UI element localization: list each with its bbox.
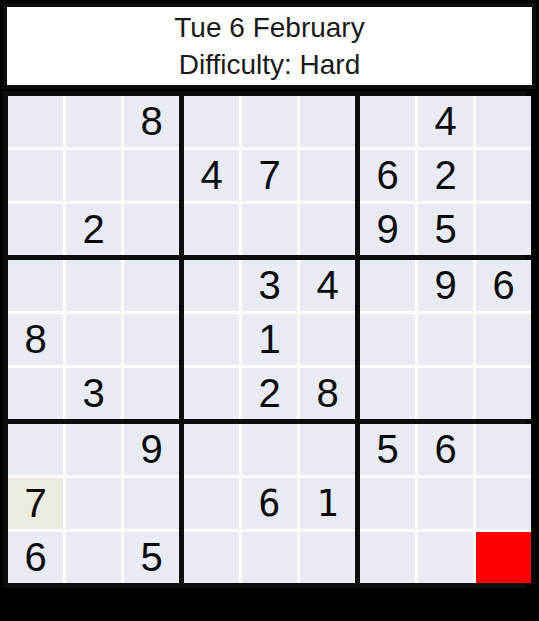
cell-r5c4[interactable] [184, 314, 239, 365]
cell-r3c9[interactable] [476, 204, 531, 255]
cell-r6c8[interactable] [418, 368, 473, 419]
cell-r6c2[interactable]: 3 [66, 368, 121, 419]
cell-r4c2[interactable] [66, 260, 121, 311]
cell-r7c7[interactable]: 5 [360, 424, 415, 475]
cell-r1c1[interactable] [8, 96, 63, 147]
cell-r1c3[interactable]: 8 [124, 96, 179, 147]
cell-r6c4[interactable] [184, 368, 239, 419]
cell-r6c5[interactable]: 2 [242, 368, 297, 419]
cell-r1c6[interactable] [300, 96, 355, 147]
cell-r1c9[interactable] [476, 96, 531, 147]
cell-r8c6[interactable]: 1 [300, 478, 355, 529]
cell-r7c3[interactable]: 9 [124, 424, 179, 475]
cell-r6c3[interactable] [124, 368, 179, 419]
cell-r8c7[interactable] [360, 478, 415, 529]
cell-r5c6[interactable] [300, 314, 355, 365]
cell-r1c5[interactable] [242, 96, 297, 147]
puzzle-date: Tue 6 February [174, 9, 364, 46]
cell-r8c9[interactable] [476, 478, 531, 529]
cell-r1c2[interactable] [66, 96, 121, 147]
cell-r6c7[interactable] [360, 368, 415, 419]
cell-r4c6[interactable]: 4 [300, 260, 355, 311]
cell-r9c6[interactable] [300, 532, 355, 583]
box-6: 96 [360, 260, 531, 419]
cell-r8c2[interactable] [66, 478, 121, 529]
cell-r3c7[interactable]: 9 [360, 204, 415, 255]
cell-r7c5[interactable] [242, 424, 297, 475]
cell-r3c3[interactable] [124, 204, 179, 255]
cell-r7c8[interactable]: 6 [418, 424, 473, 475]
cell-r2c4[interactable]: 4 [184, 150, 239, 201]
cell-r2c9[interactable] [476, 150, 531, 201]
cell-r4c4[interactable] [184, 260, 239, 311]
cell-r4c3[interactable] [124, 260, 179, 311]
cell-r4c9[interactable]: 6 [476, 260, 531, 311]
cell-r5c1[interactable]: 8 [8, 314, 63, 365]
page-frame: Tue 6 February Difficulty: Hard 82 47 46… [0, 0, 539, 591]
cell-r1c7[interactable] [360, 96, 415, 147]
cell-r6c1[interactable] [8, 368, 63, 419]
cell-r5c5[interactable]: 1 [242, 314, 297, 365]
cell-r7c6[interactable] [300, 424, 355, 475]
cell-r8c3[interactable] [124, 478, 179, 529]
cell-r7c4[interactable] [184, 424, 239, 475]
cell-r3c8[interactable]: 5 [418, 204, 473, 255]
cell-r6c9[interactable] [476, 368, 531, 419]
cell-r6c6[interactable]: 8 [300, 368, 355, 419]
cell-r2c8[interactable]: 2 [418, 150, 473, 201]
cell-r2c3[interactable] [124, 150, 179, 201]
cell-r5c8[interactable] [418, 314, 473, 365]
cell-r2c2[interactable] [66, 150, 121, 201]
cell-r2c1[interactable] [8, 150, 63, 201]
box-1: 82 [8, 96, 179, 255]
cell-r7c2[interactable] [66, 424, 121, 475]
box-2: 47 [184, 96, 355, 255]
cell-r9c7[interactable] [360, 532, 415, 583]
cell-r3c4[interactable] [184, 204, 239, 255]
cell-r4c7[interactable] [360, 260, 415, 311]
cell-r4c8[interactable]: 9 [418, 260, 473, 311]
cell-r9c1[interactable]: 6 [8, 532, 63, 583]
cell-r4c1[interactable] [8, 260, 63, 311]
cell-r9c8[interactable] [418, 532, 473, 583]
cell-r3c6[interactable] [300, 204, 355, 255]
cell-r3c2[interactable]: 2 [66, 204, 121, 255]
cell-r9c4[interactable] [184, 532, 239, 583]
box-4: 83 [8, 260, 179, 419]
box-3: 46295 [360, 96, 531, 255]
cell-r7c1[interactable] [8, 424, 63, 475]
cell-r4c5[interactable]: 3 [242, 260, 297, 311]
cell-r3c5[interactable] [242, 204, 297, 255]
cell-r5c9[interactable] [476, 314, 531, 365]
cell-r5c2[interactable] [66, 314, 121, 365]
cell-r9c9[interactable] [476, 532, 531, 583]
cell-r8c5[interactable]: 6 [242, 478, 297, 529]
cell-r8c4[interactable] [184, 478, 239, 529]
box-7: 9765 [8, 424, 179, 583]
box-8: 61 [184, 424, 355, 583]
cell-r9c2[interactable] [66, 532, 121, 583]
puzzle-difficulty: Difficulty: Hard [179, 46, 361, 83]
cell-r2c5[interactable]: 7 [242, 150, 297, 201]
cell-r8c1[interactable]: 7 [8, 478, 63, 529]
cell-r9c3[interactable]: 5 [124, 532, 179, 583]
cell-r2c7[interactable]: 6 [360, 150, 415, 201]
cell-r7c9[interactable] [476, 424, 531, 475]
cell-r3c1[interactable] [8, 204, 63, 255]
cell-r5c7[interactable] [360, 314, 415, 365]
cell-r1c4[interactable] [184, 96, 239, 147]
cell-r1c8[interactable]: 4 [418, 96, 473, 147]
puzzle-header: Tue 6 February Difficulty: Hard [3, 3, 536, 89]
sudoku-board: 82 47 46295 83 34128 96 9765 61 56 [3, 91, 526, 588]
cell-r9c5[interactable] [242, 532, 297, 583]
box-9: 56 [360, 424, 531, 583]
cell-r2c6[interactable] [300, 150, 355, 201]
box-5: 34128 [184, 260, 355, 419]
cell-r8c8[interactable] [418, 478, 473, 529]
cell-r5c3[interactable] [124, 314, 179, 365]
